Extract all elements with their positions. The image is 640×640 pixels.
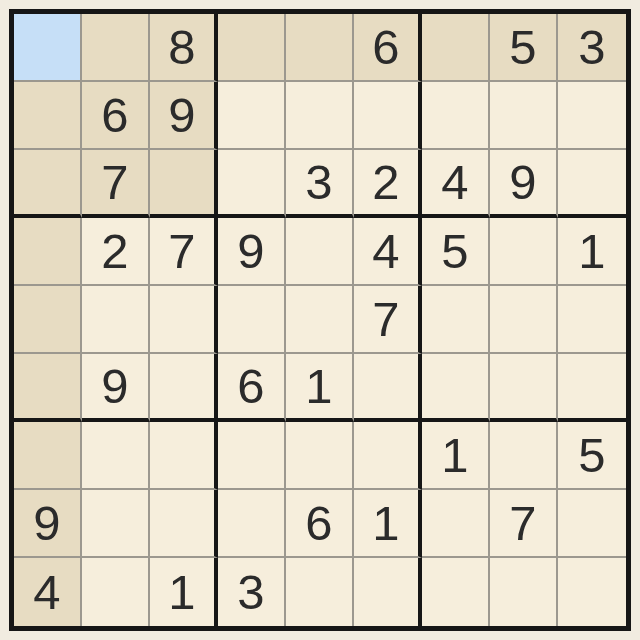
cell-r8c1[interactable]: 9 xyxy=(14,490,82,558)
cell-r2c2[interactable]: 6 xyxy=(82,82,150,150)
cell-r1c3[interactable]: 8 xyxy=(150,14,218,82)
sudoku-app: 865369732492794517961159617413 xyxy=(0,0,640,640)
cell-r9c8[interactable] xyxy=(490,558,558,626)
cell-r4c6[interactable]: 4 xyxy=(354,218,422,286)
cell-r1c7[interactable] xyxy=(422,14,490,82)
cell-r4c7[interactable]: 5 xyxy=(422,218,490,286)
cell-r8c8[interactable]: 7 xyxy=(490,490,558,558)
cell-r9c2[interactable] xyxy=(82,558,150,626)
sudoku-board: 865369732492794517961159617413 xyxy=(9,9,631,631)
cell-r3c9[interactable] xyxy=(558,150,626,218)
cell-r5c6[interactable]: 7 xyxy=(354,286,422,354)
cell-r3c8[interactable]: 9 xyxy=(490,150,558,218)
cell-r2c6[interactable] xyxy=(354,82,422,150)
cell-r1c6[interactable]: 6 xyxy=(354,14,422,82)
cell-r3c1[interactable] xyxy=(14,150,82,218)
cell-r7c6[interactable] xyxy=(354,422,422,490)
cell-r9c1[interactable]: 4 xyxy=(14,558,82,626)
cell-r1c9[interactable]: 3 xyxy=(558,14,626,82)
cell-r9c3[interactable]: 1 xyxy=(150,558,218,626)
cell-r6c1[interactable] xyxy=(14,354,82,422)
cell-r2c9[interactable] xyxy=(558,82,626,150)
cell-r8c4[interactable] xyxy=(218,490,286,558)
cell-r6c9[interactable] xyxy=(558,354,626,422)
cell-r8c9[interactable] xyxy=(558,490,626,558)
cell-r1c2[interactable] xyxy=(82,14,150,82)
cell-r4c5[interactable] xyxy=(286,218,354,286)
cell-r5c9[interactable] xyxy=(558,286,626,354)
cell-r6c7[interactable] xyxy=(422,354,490,422)
cell-r2c4[interactable] xyxy=(218,82,286,150)
cell-r7c8[interactable] xyxy=(490,422,558,490)
cell-r7c1[interactable] xyxy=(14,422,82,490)
cell-r3c3[interactable] xyxy=(150,150,218,218)
cell-r7c7[interactable]: 1 xyxy=(422,422,490,490)
cell-r9c9[interactable] xyxy=(558,558,626,626)
cell-r2c1[interactable] xyxy=(14,82,82,150)
cell-r5c7[interactable] xyxy=(422,286,490,354)
cell-r9c7[interactable] xyxy=(422,558,490,626)
cell-r8c5[interactable]: 6 xyxy=(286,490,354,558)
cell-r1c1[interactable] xyxy=(14,14,82,82)
cell-r6c4[interactable]: 6 xyxy=(218,354,286,422)
cell-r9c5[interactable] xyxy=(286,558,354,626)
cell-r4c4[interactable]: 9 xyxy=(218,218,286,286)
cell-r4c3[interactable]: 7 xyxy=(150,218,218,286)
cell-r9c6[interactable] xyxy=(354,558,422,626)
cell-r2c7[interactable] xyxy=(422,82,490,150)
cell-r5c5[interactable] xyxy=(286,286,354,354)
cell-r9c4[interactable]: 3 xyxy=(218,558,286,626)
cell-r4c9[interactable]: 1 xyxy=(558,218,626,286)
cell-r5c1[interactable] xyxy=(14,286,82,354)
cell-r4c1[interactable] xyxy=(14,218,82,286)
cell-r3c4[interactable] xyxy=(218,150,286,218)
cell-r3c5[interactable]: 3 xyxy=(286,150,354,218)
cell-r5c2[interactable] xyxy=(82,286,150,354)
cell-r3c2[interactable]: 7 xyxy=(82,150,150,218)
cell-r3c7[interactable]: 4 xyxy=(422,150,490,218)
cell-r6c8[interactable] xyxy=(490,354,558,422)
cell-r5c8[interactable] xyxy=(490,286,558,354)
cell-r2c8[interactable] xyxy=(490,82,558,150)
cell-r8c7[interactable] xyxy=(422,490,490,558)
cell-r8c2[interactable] xyxy=(82,490,150,558)
cell-r3c6[interactable]: 2 xyxy=(354,150,422,218)
cell-r6c2[interactable]: 9 xyxy=(82,354,150,422)
cell-r1c5[interactable] xyxy=(286,14,354,82)
cell-r8c6[interactable]: 1 xyxy=(354,490,422,558)
cell-r1c4[interactable] xyxy=(218,14,286,82)
cell-r7c5[interactable] xyxy=(286,422,354,490)
cell-r7c4[interactable] xyxy=(218,422,286,490)
cell-r1c8[interactable]: 5 xyxy=(490,14,558,82)
cell-r2c5[interactable] xyxy=(286,82,354,150)
cell-r7c3[interactable] xyxy=(150,422,218,490)
cell-r2c3[interactable]: 9 xyxy=(150,82,218,150)
cell-r8c3[interactable] xyxy=(150,490,218,558)
cell-r6c6[interactable] xyxy=(354,354,422,422)
cell-r6c5[interactable]: 1 xyxy=(286,354,354,422)
cell-r7c9[interactable]: 5 xyxy=(558,422,626,490)
cell-r5c4[interactable] xyxy=(218,286,286,354)
cell-r4c8[interactable] xyxy=(490,218,558,286)
cell-r5c3[interactable] xyxy=(150,286,218,354)
cell-r7c2[interactable] xyxy=(82,422,150,490)
cell-r4c2[interactable]: 2 xyxy=(82,218,150,286)
cell-r6c3[interactable] xyxy=(150,354,218,422)
